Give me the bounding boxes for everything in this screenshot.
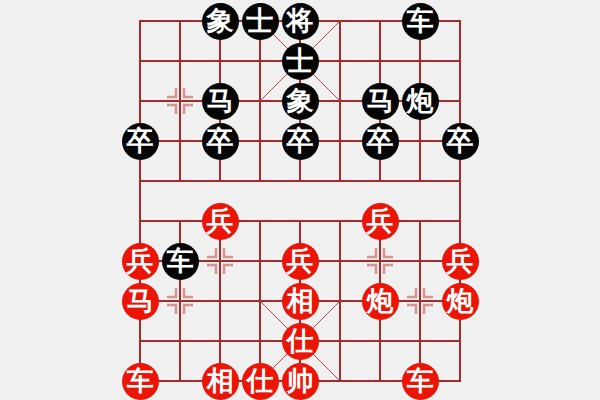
black-advisor[interactable]: 士 — [282, 43, 319, 80]
black-chariot[interactable]: 车 — [162, 243, 199, 280]
board-point-f8[interactable] — [320, 321, 360, 361]
black-elephant-glyph: 象 — [207, 7, 234, 34]
xiangqi-board: 象士将车士马象马炮卒卒卒卒卒兵兵兵车兵兵马相炮炮仕车相仕帅车 — [120, 1, 480, 400]
board-point-a3[interactable]: 卒 — [120, 121, 160, 161]
red-elephant-glyph: 相 — [287, 287, 314, 314]
board-point-i0[interactable] — [440, 1, 480, 41]
board-point-a8[interactable] — [120, 321, 160, 361]
board-point-h3[interactable] — [400, 121, 440, 161]
black-advisor[interactable]: 士 — [242, 3, 279, 40]
board-point-c6[interactable] — [200, 241, 240, 281]
board-point-f0[interactable] — [320, 1, 360, 41]
board-point-f7[interactable] — [320, 281, 360, 321]
black-horse[interactable]: 马 — [362, 83, 399, 120]
red-soldier-glyph: 兵 — [127, 247, 154, 274]
black-soldier-glyph: 卒 — [207, 127, 234, 154]
red-cannon[interactable]: 炮 — [362, 283, 399, 320]
red-soldier[interactable]: 兵 — [362, 203, 399, 240]
black-soldier[interactable]: 卒 — [122, 123, 159, 160]
board-point-a6[interactable]: 兵 — [120, 241, 160, 281]
board-point-e7[interactable]: 相 — [280, 281, 320, 321]
red-general[interactable]: 帅 — [282, 363, 319, 400]
black-chariot-glyph: 车 — [407, 7, 434, 34]
board-point-h2[interactable]: 炮 — [400, 81, 440, 121]
board-point-h6[interactable] — [400, 241, 440, 281]
black-soldier-glyph: 卒 — [127, 127, 154, 154]
board-point-i9[interactable] — [440, 361, 480, 400]
board-point-e6[interactable]: 兵 — [280, 241, 320, 281]
board-point-a2[interactable] — [120, 81, 160, 121]
red-cannon[interactable]: 炮 — [442, 283, 479, 320]
black-general[interactable]: 将 — [282, 3, 319, 40]
board-point-f9[interactable] — [320, 361, 360, 400]
board-point-i6[interactable]: 兵 — [440, 241, 480, 281]
board-point-g4[interactable] — [360, 161, 400, 201]
red-cannon-glyph: 炮 — [367, 287, 394, 314]
board-point-e2[interactable]: 象 — [280, 81, 320, 121]
board-point-c3[interactable]: 卒 — [200, 121, 240, 161]
board-point-g3[interactable]: 卒 — [360, 121, 400, 161]
board-point-c8[interactable] — [200, 321, 240, 361]
board-point-i3[interactable]: 卒 — [440, 121, 480, 161]
board-point-b9[interactable] — [160, 361, 200, 400]
red-soldier-glyph: 兵 — [207, 207, 234, 234]
board-point-a4[interactable] — [120, 161, 160, 201]
board-point-h9[interactable]: 车 — [400, 361, 440, 400]
board-point-g1[interactable] — [360, 41, 400, 81]
black-horse[interactable]: 马 — [202, 83, 239, 120]
black-advisor-glyph: 士 — [247, 7, 274, 34]
black-elephant-glyph: 象 — [287, 87, 314, 114]
board-point-c7[interactable] — [200, 281, 240, 321]
board-point-i2[interactable] — [440, 81, 480, 121]
board-point-d9[interactable]: 仕 — [240, 361, 280, 400]
board-point-d2[interactable] — [240, 81, 280, 121]
board-point-c9[interactable]: 相 — [200, 361, 240, 400]
red-chariot[interactable]: 车 — [122, 363, 159, 400]
red-advisor-glyph: 仕 — [287, 327, 314, 354]
board-point-d0[interactable]: 士 — [240, 1, 280, 41]
black-soldier-glyph: 卒 — [447, 127, 474, 154]
board-point-f2[interactable] — [320, 81, 360, 121]
black-general-glyph: 将 — [287, 7, 314, 34]
board-point-b0[interactable] — [160, 1, 200, 41]
board-point-g7[interactable]: 炮 — [360, 281, 400, 321]
red-elephant-glyph: 相 — [207, 367, 234, 394]
red-horse-glyph: 马 — [127, 287, 154, 314]
board-point-e1[interactable]: 士 — [280, 41, 320, 81]
black-horse-glyph: 马 — [207, 87, 234, 114]
red-advisor-glyph: 仕 — [247, 367, 274, 394]
red-cannon-glyph: 炮 — [447, 287, 474, 314]
black-elephant[interactable]: 象 — [202, 3, 239, 40]
black-soldier[interactable]: 卒 — [362, 123, 399, 160]
board-point-b7[interactable] — [160, 281, 200, 321]
black-chariot-glyph: 车 — [167, 247, 194, 274]
black-chariot[interactable]: 车 — [402, 3, 439, 40]
board-point-d4[interactable] — [240, 161, 280, 201]
board-point-d3[interactable] — [240, 121, 280, 161]
black-soldier[interactable]: 卒 — [282, 123, 319, 160]
board-point-c1[interactable] — [200, 41, 240, 81]
board-point-g6[interactable] — [360, 241, 400, 281]
red-soldier[interactable]: 兵 — [122, 243, 159, 280]
board-point-e9[interactable]: 帅 — [280, 361, 320, 400]
board-point-h1[interactable] — [400, 41, 440, 81]
board-point-h7[interactable] — [400, 281, 440, 321]
board-point-e5[interactable] — [280, 201, 320, 241]
board-point-g2[interactable]: 马 — [360, 81, 400, 121]
board-point-g8[interactable] — [360, 321, 400, 361]
board-point-f4[interactable] — [320, 161, 360, 201]
board-point-a7[interactable]: 马 — [120, 281, 160, 321]
board-point-e8[interactable]: 仕 — [280, 321, 320, 361]
black-soldier[interactable]: 卒 — [442, 123, 479, 160]
black-horse-glyph: 马 — [367, 87, 394, 114]
board-point-a0[interactable] — [120, 1, 160, 41]
red-elephant[interactable]: 相 — [282, 283, 319, 320]
board-point-a5[interactable] — [120, 201, 160, 241]
xiangqi-board-screen: 象士将车士马象马炮卒卒卒卒卒兵兵兵车兵兵马相炮炮仕车相仕帅车 — [0, 0, 600, 400]
black-soldier-glyph: 卒 — [367, 127, 394, 154]
board-point-d5[interactable] — [240, 201, 280, 241]
board-point-c5[interactable]: 兵 — [200, 201, 240, 241]
board-point-c2[interactable]: 马 — [200, 81, 240, 121]
red-soldier[interactable]: 兵 — [442, 243, 479, 280]
board-point-b8[interactable] — [160, 321, 200, 361]
board-point-e3[interactable]: 卒 — [280, 121, 320, 161]
board-point-i1[interactable] — [440, 41, 480, 81]
board-point-e4[interactable] — [280, 161, 320, 201]
board-point-b2[interactable] — [160, 81, 200, 121]
black-soldier-glyph: 卒 — [287, 127, 314, 154]
red-soldier-glyph: 兵 — [447, 247, 474, 274]
board-point-i4[interactable] — [440, 161, 480, 201]
board-point-i8[interactable] — [440, 321, 480, 361]
board-point-a1[interactable] — [120, 41, 160, 81]
board-point-g0[interactable] — [360, 1, 400, 41]
board-point-g9[interactable] — [360, 361, 400, 400]
board-point-h5[interactable] — [400, 201, 440, 241]
red-advisor[interactable]: 仕 — [282, 323, 319, 360]
board-point-i7[interactable]: 炮 — [440, 281, 480, 321]
board-point-b4[interactable] — [160, 161, 200, 201]
black-elephant[interactable]: 象 — [282, 83, 319, 120]
board-point-h4[interactable] — [400, 161, 440, 201]
board-point-b3[interactable] — [160, 121, 200, 161]
board-point-f3[interactable] — [320, 121, 360, 161]
board-point-h0[interactable]: 车 — [400, 1, 440, 41]
board-point-h8[interactable] — [400, 321, 440, 361]
red-general-glyph: 帅 — [287, 367, 314, 394]
board-point-c0[interactable]: 象 — [200, 1, 240, 41]
red-soldier[interactable]: 兵 — [202, 203, 239, 240]
board-point-i5[interactable] — [440, 201, 480, 241]
board-point-a9[interactable]: 车 — [120, 361, 160, 400]
red-horse[interactable]: 马 — [122, 283, 159, 320]
red-soldier-glyph: 兵 — [287, 247, 314, 274]
red-advisor[interactable]: 仕 — [242, 363, 279, 400]
board-point-b1[interactable] — [160, 41, 200, 81]
black-soldier[interactable]: 卒 — [202, 123, 239, 160]
red-chariot-glyph: 车 — [407, 367, 434, 394]
board-point-f5[interactable] — [320, 201, 360, 241]
board-point-b6[interactable]: 车 — [160, 241, 200, 281]
black-advisor-glyph: 士 — [287, 47, 314, 74]
red-chariot-glyph: 车 — [127, 367, 154, 394]
board-point-f1[interactable] — [320, 41, 360, 81]
board-point-d1[interactable] — [240, 41, 280, 81]
board-point-d8[interactable] — [240, 321, 280, 361]
board-point-d7[interactable] — [240, 281, 280, 321]
board-point-e0[interactable]: 将 — [280, 1, 320, 41]
black-cannon[interactable]: 炮 — [402, 83, 439, 120]
red-soldier-glyph: 兵 — [367, 207, 394, 234]
board-point-g5[interactable]: 兵 — [360, 201, 400, 241]
red-chariot[interactable]: 车 — [402, 363, 439, 400]
red-elephant[interactable]: 相 — [202, 363, 239, 400]
board-point-d6[interactable] — [240, 241, 280, 281]
board-point-b5[interactable] — [160, 201, 200, 241]
board-point-c4[interactable] — [200, 161, 240, 201]
black-cannon-glyph: 炮 — [407, 87, 434, 114]
board-point-f6[interactable] — [320, 241, 360, 281]
red-soldier[interactable]: 兵 — [282, 243, 319, 280]
